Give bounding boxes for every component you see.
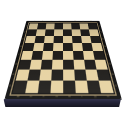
square-b5	[33, 43, 44, 51]
square-e4	[63, 51, 74, 60]
square-b6	[34, 35, 44, 42]
square-c1	[37, 80, 50, 92]
square-c3	[40, 59, 52, 69]
square-h6	[90, 35, 101, 42]
square-f8	[71, 23, 80, 29]
square-e8	[63, 23, 72, 29]
square-b3	[29, 59, 41, 69]
chess-board: abcdefgh abcdefgh 87654321 87654321	[4, 20, 122, 99]
square-d7	[53, 29, 62, 35]
square-f6	[72, 35, 82, 42]
square-b1	[25, 80, 39, 92]
square-f4	[73, 51, 84, 60]
square-b2	[27, 69, 40, 80]
square-e6	[63, 35, 73, 42]
square-c8	[45, 23, 54, 29]
perspective-scene: abcdefgh abcdefgh 87654321 87654321	[0, 0, 125, 113]
square-d4	[52, 51, 63, 60]
board-front-edge	[3, 99, 123, 107]
square-h1	[98, 80, 113, 92]
square-c5	[43, 43, 53, 51]
square-c6	[43, 35, 53, 42]
square-d3	[51, 59, 62, 69]
photo-background: abcdefgh abcdefgh 87654321 87654321	[0, 0, 125, 125]
square-f2	[74, 69, 87, 80]
square-f3	[73, 59, 85, 69]
square-h7	[88, 29, 98, 35]
square-d1	[50, 80, 63, 92]
square-e1	[63, 80, 76, 92]
square-c4	[41, 51, 52, 60]
square-e7	[63, 29, 72, 35]
square-h2	[96, 69, 110, 80]
square-c7	[44, 29, 53, 35]
square-c2	[39, 69, 52, 80]
square-h8	[87, 23, 97, 29]
square-e3	[63, 59, 74, 69]
square-e5	[63, 43, 73, 51]
square-d6	[53, 35, 63, 42]
square-b4	[31, 51, 43, 60]
square-f1	[74, 80, 87, 92]
square-f7	[71, 29, 80, 35]
square-b7	[35, 29, 45, 35]
board-squares	[12, 23, 113, 92]
square-d5	[53, 43, 63, 51]
square-h3	[94, 59, 107, 69]
square-e2	[63, 69, 75, 80]
square-d8	[54, 23, 63, 29]
square-h4	[93, 51, 105, 60]
square-d2	[51, 69, 63, 80]
square-b8	[37, 23, 46, 29]
square-h5	[91, 43, 102, 51]
square-f5	[72, 43, 82, 51]
